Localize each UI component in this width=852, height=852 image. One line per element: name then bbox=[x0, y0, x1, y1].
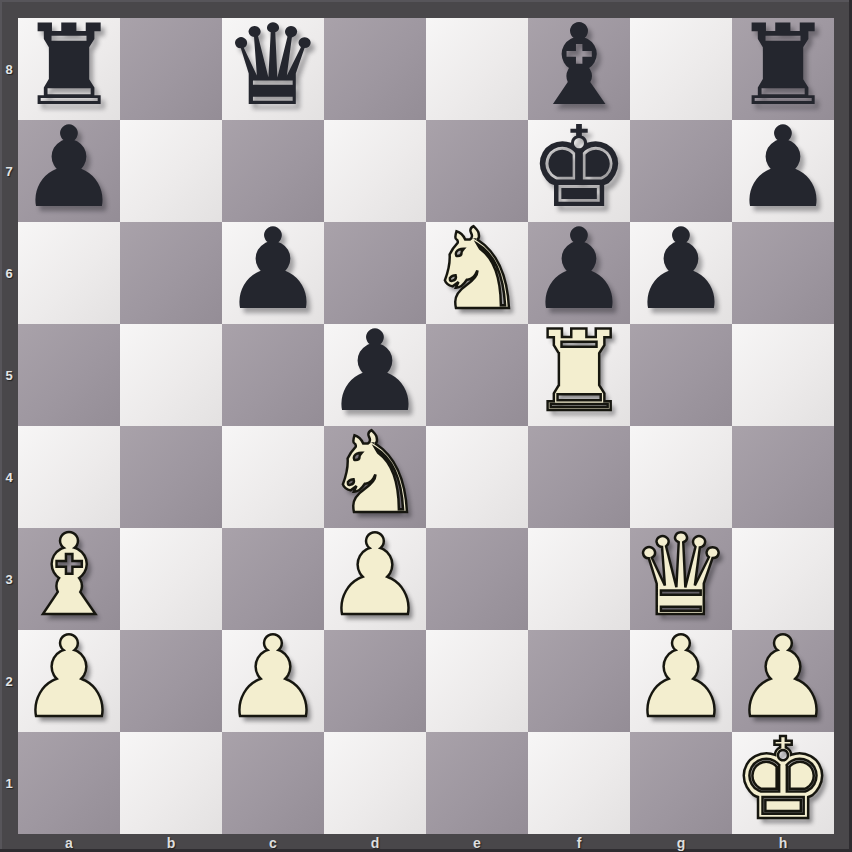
square-h5[interactable] bbox=[732, 324, 834, 426]
square-b4[interactable] bbox=[120, 426, 222, 528]
piece-black-pawn[interactable]: ♟ bbox=[733, 111, 833, 223]
file-label-f: f bbox=[528, 834, 630, 852]
piece-white-pawn[interactable]: ♟ bbox=[223, 621, 323, 733]
piece-white-king[interactable]: ♚ bbox=[733, 723, 833, 835]
square-a1[interactable] bbox=[18, 732, 120, 834]
square-d2[interactable] bbox=[324, 630, 426, 732]
file-label-e: e bbox=[426, 834, 528, 852]
square-g1[interactable] bbox=[630, 732, 732, 834]
square-f3[interactable] bbox=[528, 528, 630, 630]
square-e1[interactable] bbox=[426, 732, 528, 834]
file-label-a: a bbox=[18, 834, 120, 852]
square-f4[interactable] bbox=[528, 426, 630, 528]
square-d1[interactable] bbox=[324, 732, 426, 834]
rank-label-1: 1 bbox=[0, 732, 18, 834]
square-d8[interactable] bbox=[324, 18, 426, 120]
rank-labels: 87654321 bbox=[0, 18, 18, 834]
square-d7[interactable] bbox=[324, 120, 426, 222]
file-labels: abcdefgh bbox=[18, 834, 834, 852]
rank-label-4: 4 bbox=[0, 426, 18, 528]
rank-label-5: 5 bbox=[0, 324, 18, 426]
square-f2[interactable] bbox=[528, 630, 630, 732]
square-c8[interactable]: ♛ bbox=[222, 18, 324, 120]
square-f1[interactable] bbox=[528, 732, 630, 834]
piece-white-rook[interactable]: ♜ bbox=[529, 315, 629, 427]
file-label-g: g bbox=[630, 834, 732, 852]
square-h1[interactable]: ♚ bbox=[732, 732, 834, 834]
file-label-d: d bbox=[324, 834, 426, 852]
square-g8[interactable] bbox=[630, 18, 732, 120]
rank-label-2: 2 bbox=[0, 630, 18, 732]
square-b2[interactable] bbox=[120, 630, 222, 732]
piece-black-pawn[interactable]: ♟ bbox=[223, 213, 323, 325]
chess-board-frame: 87654321 ♜♛♝♜♟♚♟♟♞♟♟♟♜♞♝♟♛♟♟♟♟♚ abcdefgh bbox=[0, 0, 852, 852]
file-label-h: h bbox=[732, 834, 834, 852]
piece-black-queen[interactable]: ♛ bbox=[223, 9, 323, 121]
rank-label-3: 3 bbox=[0, 528, 18, 630]
rank-label-8: 8 bbox=[0, 18, 18, 120]
square-b7[interactable] bbox=[120, 120, 222, 222]
file-label-b: b bbox=[120, 834, 222, 852]
piece-white-knight[interactable]: ♞ bbox=[427, 213, 527, 325]
square-a7[interactable]: ♟ bbox=[18, 120, 120, 222]
square-b5[interactable] bbox=[120, 324, 222, 426]
square-c6[interactable]: ♟ bbox=[222, 222, 324, 324]
square-b6[interactable] bbox=[120, 222, 222, 324]
square-c2[interactable]: ♟ bbox=[222, 630, 324, 732]
chess-board[interactable]: ♜♛♝♜♟♚♟♟♞♟♟♟♜♞♝♟♛♟♟♟♟♚ bbox=[18, 18, 834, 834]
rank-label-6: 6 bbox=[0, 222, 18, 324]
square-e8[interactable] bbox=[426, 18, 528, 120]
square-e5[interactable] bbox=[426, 324, 528, 426]
rank-label-7: 7 bbox=[0, 120, 18, 222]
square-c1[interactable] bbox=[222, 732, 324, 834]
square-e2[interactable] bbox=[426, 630, 528, 732]
piece-black-pawn[interactable]: ♟ bbox=[19, 111, 119, 223]
square-g5[interactable] bbox=[630, 324, 732, 426]
piece-white-pawn[interactable]: ♟ bbox=[631, 621, 731, 733]
square-f5[interactable]: ♜ bbox=[528, 324, 630, 426]
square-d3[interactable]: ♟ bbox=[324, 528, 426, 630]
square-a5[interactable] bbox=[18, 324, 120, 426]
square-c4[interactable] bbox=[222, 426, 324, 528]
square-h6[interactable] bbox=[732, 222, 834, 324]
square-g6[interactable]: ♟ bbox=[630, 222, 732, 324]
square-e6[interactable]: ♞ bbox=[426, 222, 528, 324]
square-e4[interactable] bbox=[426, 426, 528, 528]
square-h7[interactable]: ♟ bbox=[732, 120, 834, 222]
square-e3[interactable] bbox=[426, 528, 528, 630]
square-g2[interactable]: ♟ bbox=[630, 630, 732, 732]
square-a6[interactable] bbox=[18, 222, 120, 324]
square-b3[interactable] bbox=[120, 528, 222, 630]
piece-white-pawn[interactable]: ♟ bbox=[325, 519, 425, 631]
piece-white-pawn[interactable]: ♟ bbox=[19, 621, 119, 733]
square-c5[interactable] bbox=[222, 324, 324, 426]
piece-black-pawn[interactable]: ♟ bbox=[631, 213, 731, 325]
file-label-c: c bbox=[222, 834, 324, 852]
square-h4[interactable] bbox=[732, 426, 834, 528]
square-b1[interactable] bbox=[120, 732, 222, 834]
square-a2[interactable]: ♟ bbox=[18, 630, 120, 732]
square-b8[interactable] bbox=[120, 18, 222, 120]
